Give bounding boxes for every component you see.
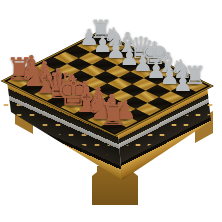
pieces-layer: ♜♞♝♛♚♝♞♜♟♟♟♟♟♟♟♟♟♟♟♟♟♟♟♟♜♞♝♛♚♝♞♜ — [0, 0, 222, 222]
piece-black-rook[interactable]: ♜ — [100, 99, 128, 130]
chess-set-photo: ♜♞♝♛♚♝♞♜♟♟♟♟♟♟♟♟♟♟♟♟♟♟♟♟♜♞♝♛♚♝♞♜ — [0, 0, 222, 222]
piece-white-pawn[interactable]: ♟ — [173, 72, 193, 94]
